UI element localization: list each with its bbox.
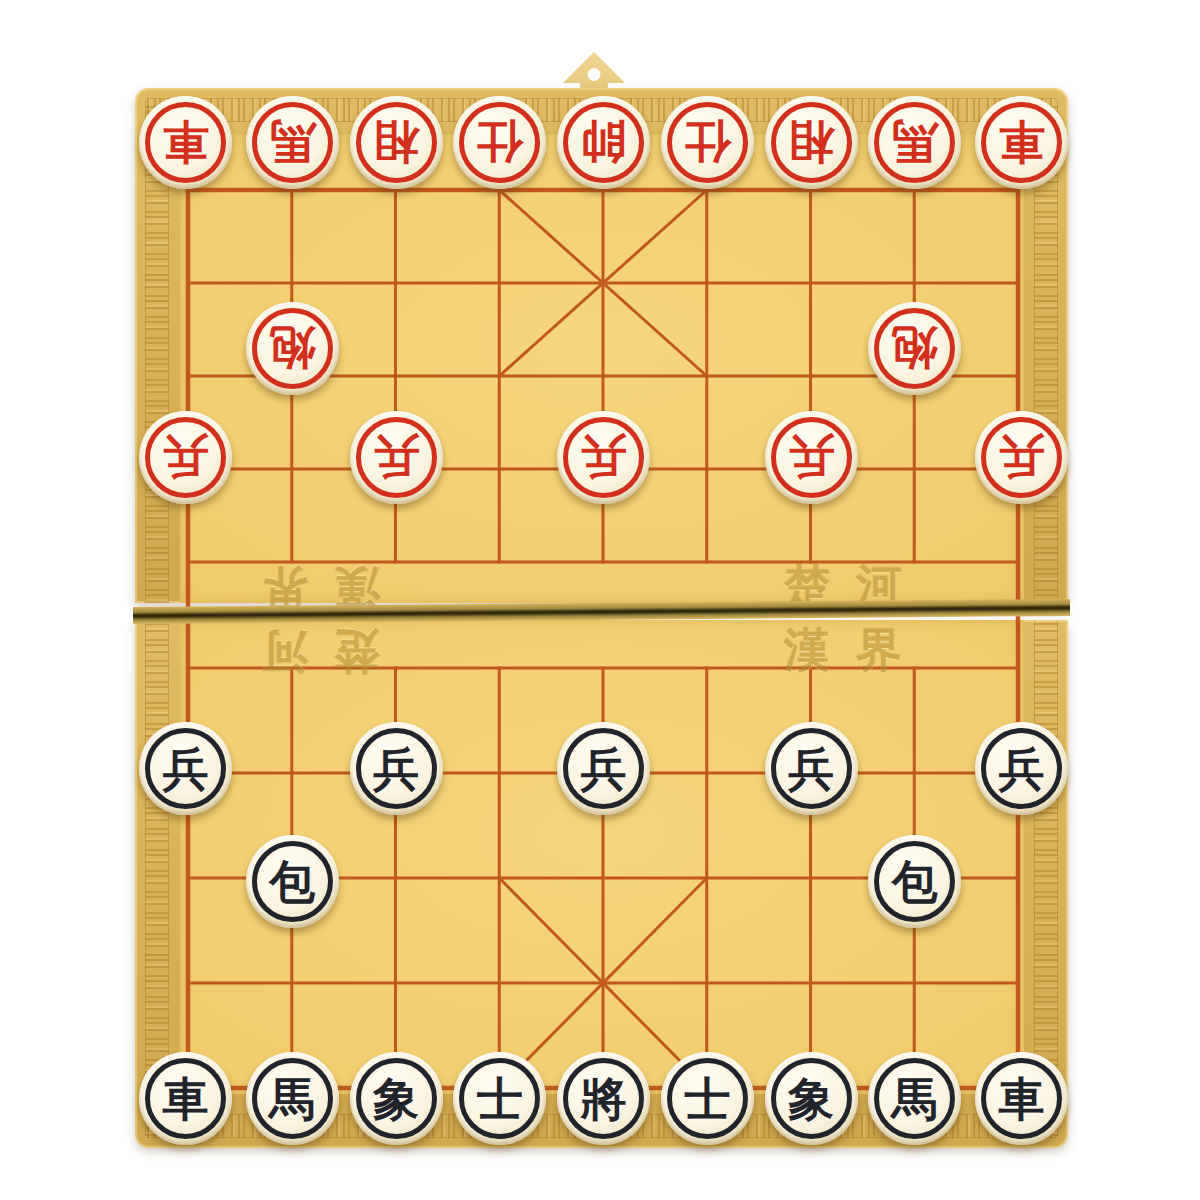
- piece-black-elephant[interactable]: 象: [350, 1052, 443, 1145]
- piece-red-advisor[interactable]: 仕: [661, 96, 754, 189]
- piece-red-soldier[interactable]: 兵: [975, 411, 1068, 504]
- piece-red-cannon[interactable]: 炮: [246, 302, 339, 395]
- piece-black-general[interactable]: 將: [557, 1052, 650, 1145]
- piece-character: 馬: [246, 1052, 339, 1145]
- piece-red-general[interactable]: 帥: [557, 96, 650, 189]
- piece-black-cannon[interactable]: 包: [246, 835, 339, 928]
- piece-character: 馬: [868, 96, 961, 189]
- piece-red-soldier[interactable]: 兵: [350, 411, 443, 504]
- piece-black-soldier[interactable]: 兵: [350, 722, 443, 815]
- piece-red-cannon[interactable]: 炮: [868, 302, 961, 395]
- piece-red-soldier[interactable]: 兵: [765, 411, 858, 504]
- piece-character: 兵: [350, 411, 443, 504]
- piece-red-elephant[interactable]: 相: [350, 96, 443, 189]
- piece-red-advisor[interactable]: 仕: [453, 96, 546, 189]
- piece-black-soldier[interactable]: 兵: [765, 722, 858, 815]
- piece-character: 兵: [765, 722, 858, 815]
- piece-black-soldier[interactable]: 兵: [557, 722, 650, 815]
- piece-character: 士: [661, 1052, 754, 1145]
- piece-character: 將: [557, 1052, 650, 1145]
- piece-black-chariot[interactable]: 車: [139, 1052, 232, 1145]
- piece-character: 兵: [975, 411, 1068, 504]
- piece-character: 仕: [661, 96, 754, 189]
- piece-character: 兵: [557, 722, 650, 815]
- piece-red-horse[interactable]: 馬: [246, 96, 339, 189]
- piece-red-soldier[interactable]: 兵: [557, 411, 650, 504]
- piece-character: 帥: [557, 96, 650, 189]
- piece-character: 馬: [868, 1052, 961, 1145]
- piece-character: 兵: [975, 722, 1068, 815]
- piece-character: 兵: [765, 411, 858, 504]
- piece-character: 士: [453, 1052, 546, 1145]
- piece-character: 兵: [139, 722, 232, 815]
- piece-character: 兵: [139, 411, 232, 504]
- piece-red-chariot[interactable]: 車: [139, 96, 232, 189]
- piece-character: 相: [765, 96, 858, 189]
- piece-character: 象: [350, 1052, 443, 1145]
- piece-black-advisor[interactable]: 士: [661, 1052, 754, 1145]
- piece-black-advisor[interactable]: 士: [453, 1052, 546, 1145]
- piece-character: 炮: [868, 302, 961, 395]
- piece-character: 車: [975, 1052, 1068, 1145]
- piece-red-chariot[interactable]: 車: [975, 96, 1068, 189]
- piece-character: 車: [975, 96, 1068, 189]
- piece-character: 車: [139, 96, 232, 189]
- piece-red-soldier[interactable]: 兵: [139, 411, 232, 504]
- piece-black-horse[interactable]: 馬: [868, 1052, 961, 1145]
- piece-character: 馬: [246, 96, 339, 189]
- piece-character: 相: [350, 96, 443, 189]
- hanging-hole: [588, 68, 601, 81]
- piece-black-horse[interactable]: 馬: [246, 1052, 339, 1145]
- piece-character: 包: [246, 835, 339, 928]
- piece-red-horse[interactable]: 馬: [868, 96, 961, 189]
- piece-character: 炮: [246, 302, 339, 395]
- piece-character: 兵: [557, 411, 650, 504]
- piece-red-elephant[interactable]: 相: [765, 96, 858, 189]
- river-label-bottom-right: 漢界: [784, 620, 928, 682]
- piece-character: 車: [139, 1052, 232, 1145]
- piece-character: 包: [868, 835, 961, 928]
- piece-black-elephant[interactable]: 象: [765, 1052, 858, 1145]
- piece-character: 仕: [453, 96, 546, 189]
- piece-character: 象: [765, 1052, 858, 1145]
- product-photo: 漢界 楚河 楚河 漢界 車馬相仕帥仕相馬車炮炮兵兵兵兵兵兵兵兵兵兵包包車馬象士將…: [0, 0, 1200, 1200]
- piece-black-chariot[interactable]: 車: [975, 1052, 1068, 1145]
- piece-black-soldier[interactable]: 兵: [139, 722, 232, 815]
- piece-character: 兵: [350, 722, 443, 815]
- piece-black-soldier[interactable]: 兵: [975, 722, 1068, 815]
- river-label-bottom-left: 楚河: [236, 620, 380, 682]
- piece-black-cannon[interactable]: 包: [868, 835, 961, 928]
